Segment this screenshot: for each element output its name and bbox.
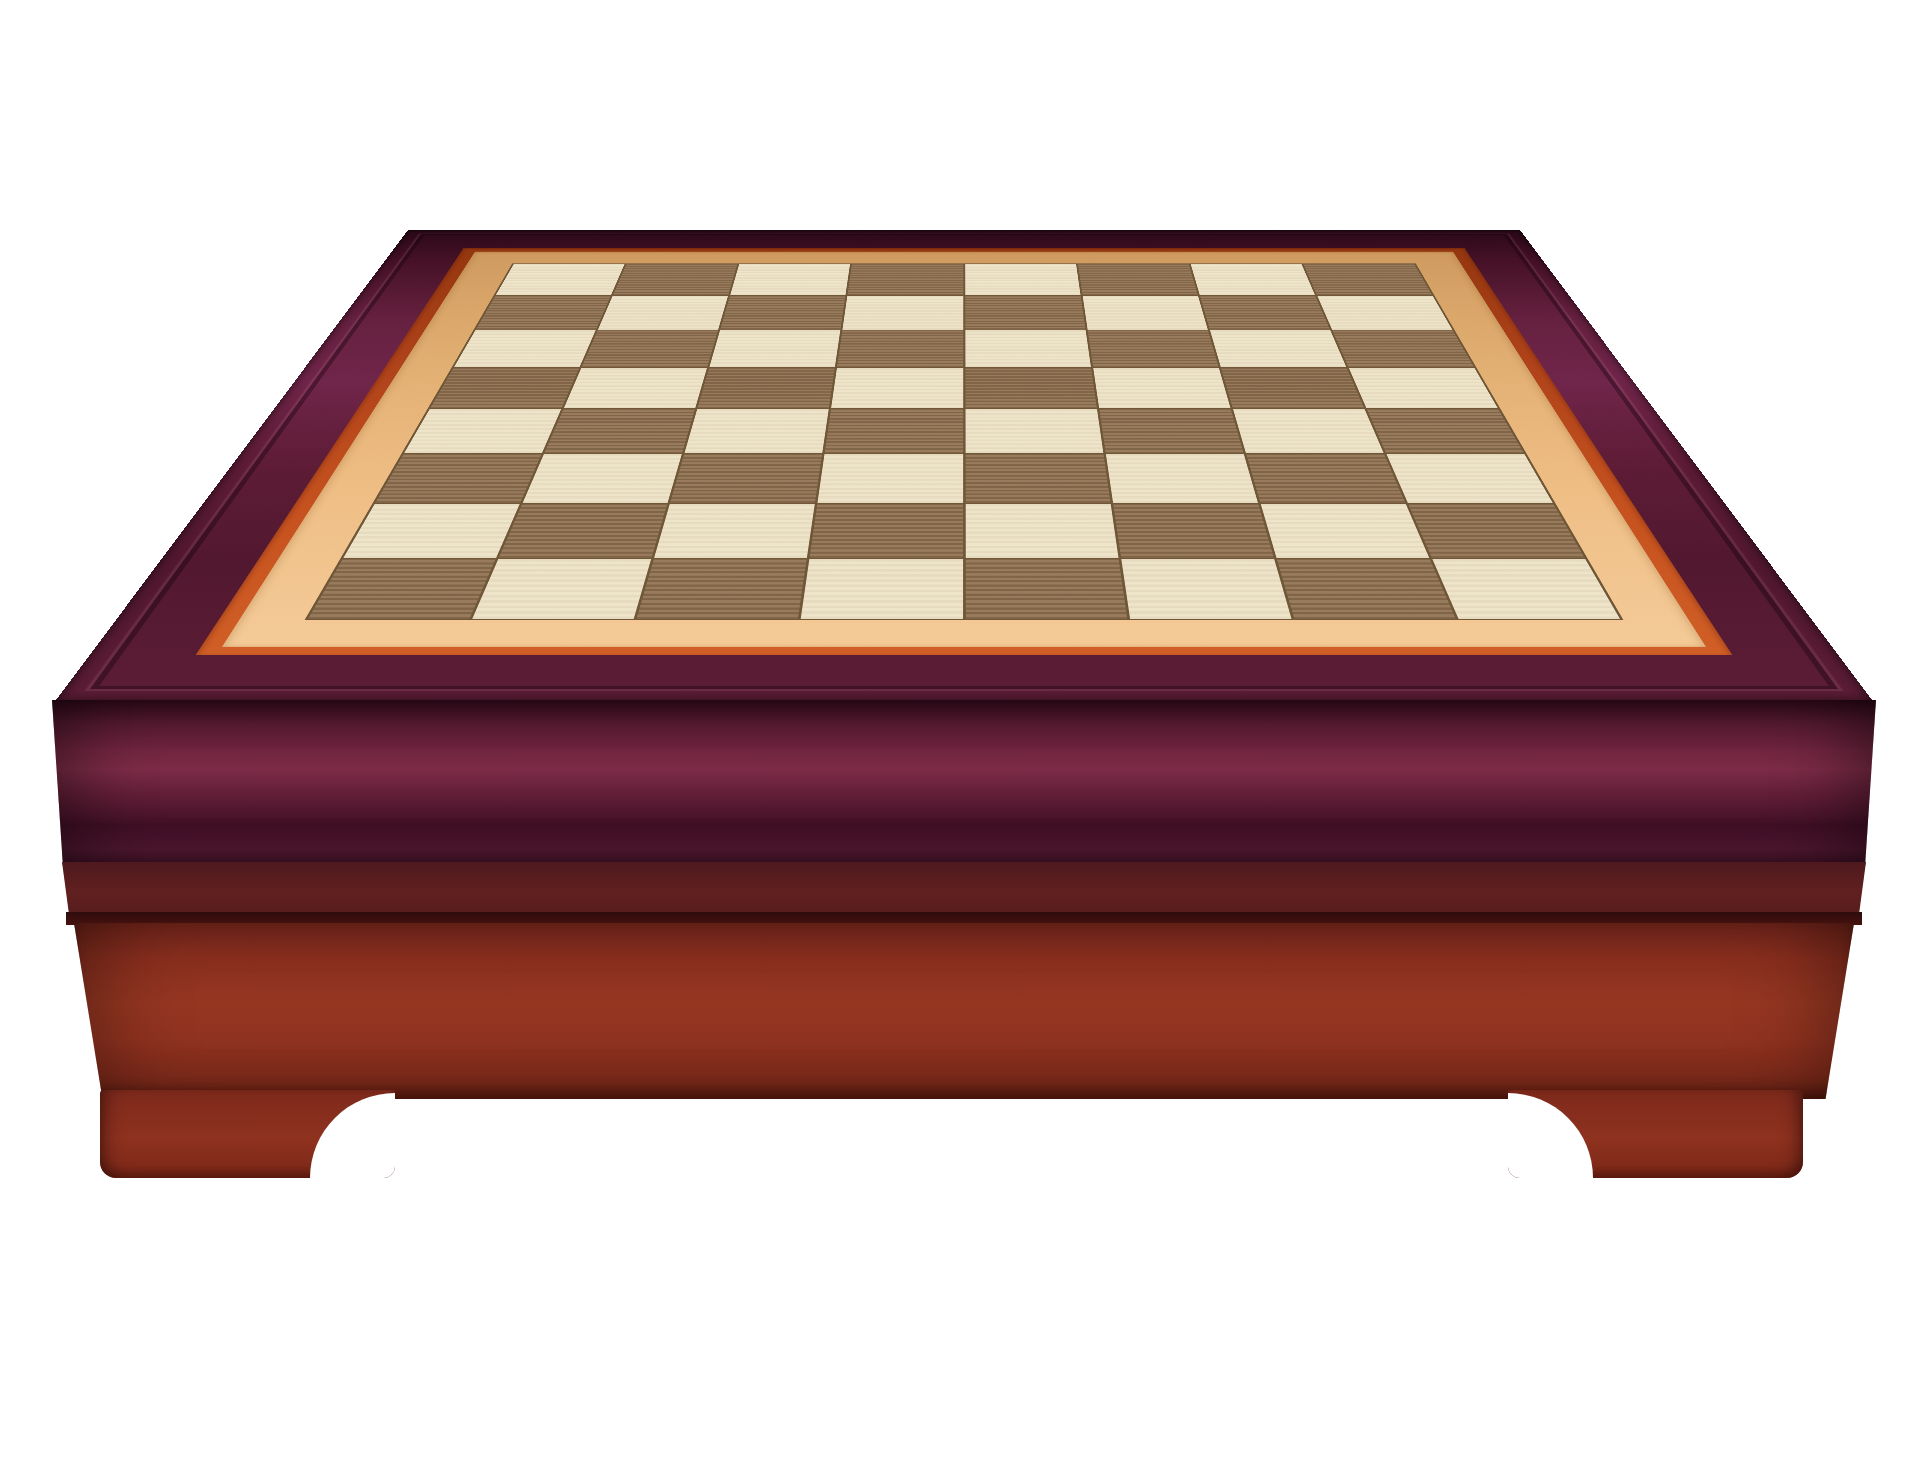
square-g8 xyxy=(1191,264,1315,295)
square-f2 xyxy=(1113,504,1274,558)
square-g1 xyxy=(1277,559,1456,619)
square-a3 xyxy=(375,454,541,503)
square-f6 xyxy=(1087,330,1218,367)
square-d2 xyxy=(810,504,963,558)
square-b2 xyxy=(499,504,668,558)
square-e2 xyxy=(965,504,1118,558)
square-b4 xyxy=(544,409,695,453)
tan-wood-margin xyxy=(222,252,1706,647)
square-a1 xyxy=(308,559,496,619)
square-e4 xyxy=(965,409,1103,453)
square-a5 xyxy=(430,368,579,408)
square-c5 xyxy=(698,368,835,408)
square-b5 xyxy=(564,368,707,408)
burgundy-molding-frame xyxy=(56,230,1872,700)
square-c2 xyxy=(654,504,815,558)
square-f5 xyxy=(1093,368,1230,408)
square-g4 xyxy=(1233,409,1384,453)
square-g6 xyxy=(1210,330,1346,367)
square-d3 xyxy=(818,454,963,503)
square-h7 xyxy=(1317,296,1452,330)
square-f3 xyxy=(1106,454,1258,503)
square-e3 xyxy=(965,454,1110,503)
square-d5 xyxy=(831,368,963,408)
square-a4 xyxy=(404,409,561,453)
bracket-foot-right xyxy=(1508,1090,1803,1178)
foot-cove-cut xyxy=(1508,1093,1593,1178)
square-a6 xyxy=(454,330,596,367)
square-e7 xyxy=(965,296,1085,330)
square-b6 xyxy=(582,330,718,367)
square-h1 xyxy=(1432,559,1620,619)
product-photo-stage xyxy=(0,0,1928,1474)
square-a8 xyxy=(496,264,625,295)
square-c8 xyxy=(730,264,850,295)
box-body-front xyxy=(74,923,1854,1099)
square-b3 xyxy=(523,454,682,503)
square-g3 xyxy=(1246,454,1405,503)
square-e8 xyxy=(965,264,1080,295)
square-b7 xyxy=(598,296,728,330)
square-h2 xyxy=(1408,504,1584,558)
orange-inner-lip xyxy=(195,248,1732,655)
square-h8 xyxy=(1303,264,1432,295)
molding-ridge-line xyxy=(90,234,1838,689)
bracket-foot-left xyxy=(100,1090,395,1178)
square-h4 xyxy=(1367,409,1524,453)
square-d4 xyxy=(825,409,963,453)
square-f8 xyxy=(1078,264,1198,295)
square-h5 xyxy=(1349,368,1498,408)
square-c7 xyxy=(720,296,845,330)
square-e1 xyxy=(965,559,1127,619)
square-b8 xyxy=(613,264,737,295)
square-c4 xyxy=(685,409,829,453)
frame-front-molding xyxy=(52,700,1876,866)
square-b1 xyxy=(472,559,651,619)
square-c6 xyxy=(710,330,841,367)
square-d1 xyxy=(801,559,963,619)
square-a7 xyxy=(476,296,611,330)
chess-board-grid xyxy=(304,263,1623,620)
square-g5 xyxy=(1221,368,1364,408)
square-h3 xyxy=(1386,454,1552,503)
chessboard-top-perspective xyxy=(56,230,1872,700)
square-c3 xyxy=(670,454,822,503)
square-h6 xyxy=(1332,330,1474,367)
square-d8 xyxy=(848,264,963,295)
lid-side-band xyxy=(62,862,1866,916)
square-d6 xyxy=(837,330,963,367)
square-f7 xyxy=(1082,296,1207,330)
square-d7 xyxy=(843,296,963,330)
square-a2 xyxy=(343,504,519,558)
square-c1 xyxy=(637,559,807,619)
square-g2 xyxy=(1260,504,1429,558)
square-f1 xyxy=(1121,559,1291,619)
square-f4 xyxy=(1099,409,1243,453)
square-e5 xyxy=(965,368,1097,408)
square-e6 xyxy=(965,330,1091,367)
foot-cove-cut xyxy=(310,1093,395,1178)
square-g7 xyxy=(1200,296,1330,330)
